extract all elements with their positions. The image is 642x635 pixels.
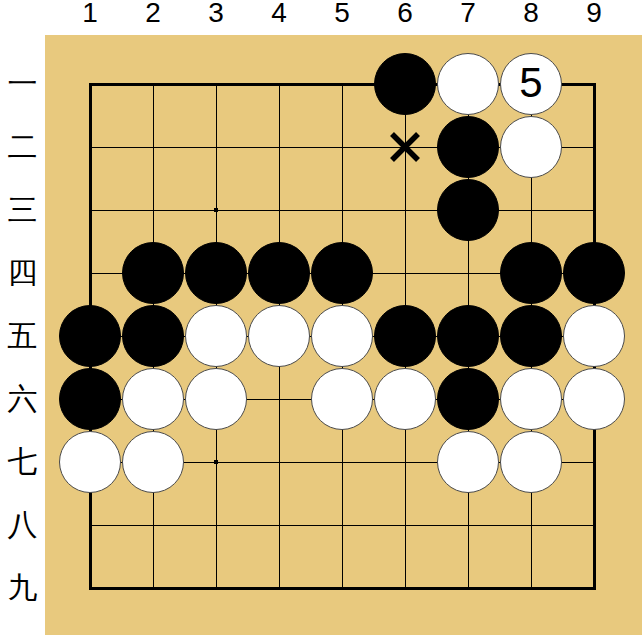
intersection-6-6[interactable] <box>374 368 437 431</box>
white-stone <box>374 368 436 430</box>
row-label-7: 七 <box>0 447 45 477</box>
column-label-1: 1 <box>59 0 122 27</box>
intersection-2-6[interactable] <box>122 368 185 431</box>
black-stone <box>563 242 625 304</box>
black-stone <box>437 179 499 241</box>
white-stone <box>311 368 373 430</box>
black-stone <box>437 116 499 178</box>
go-diagram-page: 123456789 一二三四五六七八九 5 <box>0 0 642 635</box>
black-stone <box>59 368 121 430</box>
row-label-4: 四 <box>0 258 45 288</box>
intersection-6-3[interactable] <box>374 179 437 242</box>
white-stone <box>122 431 184 493</box>
black-stone <box>311 242 373 304</box>
column-label-6: 6 <box>374 0 437 27</box>
intersection-6-5[interactable] <box>374 305 437 368</box>
intersection-9-1[interactable] <box>563 53 626 116</box>
white-stone <box>185 368 247 430</box>
white-stone <box>59 431 121 493</box>
intersection-8-7[interactable] <box>500 431 563 494</box>
row-label-1: 一 <box>0 69 45 99</box>
intersection-9-7[interactable] <box>563 431 626 494</box>
black-stone <box>122 242 184 304</box>
intersection-5-4[interactable] <box>311 242 374 305</box>
intersection-6-2[interactable] <box>374 116 437 179</box>
column-label-5: 5 <box>311 0 374 27</box>
intersection-5-3[interactable] <box>311 179 374 242</box>
intersection-3-5[interactable] <box>185 305 248 368</box>
white-stone <box>248 305 310 367</box>
column-label-9: 9 <box>563 0 626 27</box>
intersection-8-6[interactable] <box>500 368 563 431</box>
intersection-9-8[interactable] <box>563 494 626 557</box>
intersection-4-6[interactable] <box>248 368 311 431</box>
row-label-8: 八 <box>0 510 45 540</box>
column-label-3: 3 <box>185 0 248 27</box>
white-stone <box>563 368 625 430</box>
black-stone <box>500 242 562 304</box>
intersection-9-6[interactable] <box>563 368 626 431</box>
intersection-5-7[interactable] <box>311 431 374 494</box>
intersection-6-8[interactable] <box>374 494 437 557</box>
intersection-7-8[interactable] <box>437 494 500 557</box>
intersection-9-4[interactable] <box>563 242 626 305</box>
row-label-9: 九 <box>0 573 45 603</box>
intersection-4-9[interactable] <box>248 557 311 620</box>
intersection-8-1[interactable]: 5 <box>500 53 563 116</box>
intersection-5-2[interactable] <box>311 116 374 179</box>
intersection-1-6[interactable] <box>59 368 122 431</box>
intersection-1-2[interactable] <box>59 116 122 179</box>
intersection-8-3[interactable] <box>500 179 563 242</box>
intersection-7-1[interactable] <box>437 53 500 116</box>
intersection-3-3[interactable] <box>185 179 248 242</box>
intersection-3-4[interactable] <box>185 242 248 305</box>
intersection-7-4[interactable] <box>437 242 500 305</box>
black-stone <box>374 53 436 115</box>
black-stone <box>500 305 562 367</box>
intersection-4-8[interactable] <box>248 494 311 557</box>
white-stone <box>437 431 499 493</box>
intersection-1-9[interactable] <box>59 557 122 620</box>
intersection-4-4[interactable] <box>248 242 311 305</box>
column-label-4: 4 <box>248 0 311 27</box>
intersection-2-2[interactable] <box>122 116 185 179</box>
intersection-6-9[interactable] <box>374 557 437 620</box>
white-stone <box>563 305 625 367</box>
black-stone <box>248 242 310 304</box>
intersection-2-8[interactable] <box>122 494 185 557</box>
intersection-6-1[interactable] <box>374 53 437 116</box>
intersection-7-3[interactable] <box>437 179 500 242</box>
intersection-3-2[interactable] <box>185 116 248 179</box>
intersection-9-3[interactable] <box>563 179 626 242</box>
intersection-2-7[interactable] <box>122 431 185 494</box>
intersection-5-1[interactable] <box>311 53 374 116</box>
black-stone <box>374 305 436 367</box>
intersection-8-5[interactable] <box>500 305 563 368</box>
intersection-3-9[interactable] <box>185 557 248 620</box>
intersection-8-8[interactable] <box>500 494 563 557</box>
intersection-9-2[interactable] <box>563 116 626 179</box>
intersection-4-1[interactable] <box>248 53 311 116</box>
intersection-7-9[interactable] <box>437 557 500 620</box>
intersection-2-4[interactable] <box>122 242 185 305</box>
black-stone <box>122 305 184 367</box>
intersection-6-7[interactable] <box>374 431 437 494</box>
white-stone <box>500 368 562 430</box>
intersection-2-5[interactable] <box>122 305 185 368</box>
row-label-3: 三 <box>0 195 45 225</box>
intersection-3-7[interactable] <box>185 431 248 494</box>
board-grid: 5 <box>59 53 626 620</box>
white-stone <box>500 431 562 493</box>
intersection-7-6[interactable] <box>437 368 500 431</box>
white-stone <box>500 116 562 178</box>
board: 5 <box>45 35 642 635</box>
intersection-1-3[interactable] <box>59 179 122 242</box>
row-label-2: 二 <box>0 132 45 162</box>
intersection-5-9[interactable] <box>311 557 374 620</box>
black-stone <box>59 305 121 367</box>
move-number-label: 5 <box>519 62 542 104</box>
row-label-6: 六 <box>0 384 45 414</box>
cross-mark-icon <box>387 129 423 165</box>
intersection-5-5[interactable] <box>311 305 374 368</box>
intersection-9-5[interactable] <box>563 305 626 368</box>
row-label-5: 五 <box>0 321 45 351</box>
intersection-3-8[interactable] <box>185 494 248 557</box>
column-label-7: 7 <box>437 0 500 27</box>
white-stone <box>122 368 184 430</box>
intersection-1-1[interactable] <box>59 53 122 116</box>
intersection-2-9[interactable] <box>122 557 185 620</box>
intersection-1-8[interactable] <box>59 494 122 557</box>
intersection-3-6[interactable] <box>185 368 248 431</box>
intersection-3-1[interactable] <box>185 53 248 116</box>
intersection-8-2[interactable] <box>500 116 563 179</box>
intersection-9-9[interactable] <box>563 557 626 620</box>
intersection-7-7[interactable] <box>437 431 500 494</box>
intersection-2-3[interactable] <box>122 179 185 242</box>
white-stone <box>185 305 247 367</box>
column-label-8: 8 <box>500 0 563 27</box>
intersection-4-7[interactable] <box>248 431 311 494</box>
black-stone <box>185 242 247 304</box>
intersection-8-9[interactable] <box>500 557 563 620</box>
intersection-4-2[interactable] <box>248 116 311 179</box>
white-stone <box>437 53 499 115</box>
intersection-7-5[interactable] <box>437 305 500 368</box>
intersection-4-5[interactable] <box>248 305 311 368</box>
white-stone <box>311 305 373 367</box>
intersection-7-2[interactable] <box>437 116 500 179</box>
intersection-1-7[interactable] <box>59 431 122 494</box>
column-label-2: 2 <box>122 0 185 27</box>
intersection-6-4[interactable] <box>374 242 437 305</box>
black-stone <box>437 368 499 430</box>
intersection-5-8[interactable] <box>311 494 374 557</box>
black-stone <box>437 305 499 367</box>
intersection-5-6[interactable] <box>311 368 374 431</box>
intersection-1-5[interactable] <box>59 305 122 368</box>
intersection-2-1[interactable] <box>122 53 185 116</box>
white-stone: 5 <box>500 53 562 115</box>
intersection-4-3[interactable] <box>248 179 311 242</box>
intersection-8-4[interactable] <box>500 242 563 305</box>
intersection-1-4[interactable] <box>59 242 122 305</box>
